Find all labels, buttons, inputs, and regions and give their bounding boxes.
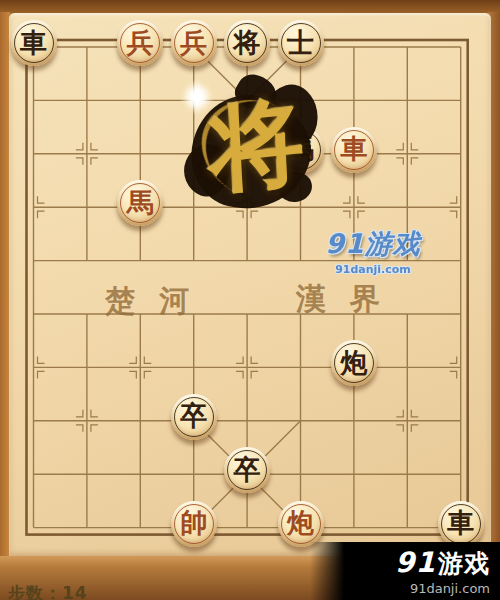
xiangqi-game-screen: 楚河 漢界 車兵兵将士馬車馬炮卒卒帥炮車 将 步数：14 91游戏 91danj… xyxy=(0,0,500,600)
watermark-logo: 91游戏 xyxy=(395,546,490,580)
piece-glyph: 炮 xyxy=(340,349,367,376)
piece-glyph: 士 xyxy=(287,29,314,56)
piece-glyph: 車 xyxy=(447,509,474,536)
piece-glyph: 兵 xyxy=(127,29,154,56)
river-label-left: 楚河 xyxy=(105,281,213,322)
river-label-right: 漢界 xyxy=(296,279,404,320)
piece-red-soldier-a[interactable]: 兵 xyxy=(117,20,163,66)
piece-glyph: 卒 xyxy=(234,456,261,483)
piece-black-advisor[interactable]: 士 xyxy=(278,20,324,66)
watermark-bottom-bar: 91游戏 91danji.com xyxy=(310,542,500,600)
watermark-brand: 91游戏 xyxy=(314,226,432,262)
piece-glyph: 車 xyxy=(20,29,47,56)
check-character: 将 xyxy=(179,80,334,210)
check-announcement-overlay: 将 xyxy=(182,80,332,225)
piece-red-general[interactable]: 帥 xyxy=(171,501,217,547)
watermark-bottom-domain: 91danji.com xyxy=(410,581,490,596)
piece-black-soldier-a[interactable]: 卒 xyxy=(171,394,217,440)
piece-glyph: 馬 xyxy=(127,189,154,216)
piece-glyph: 将 xyxy=(234,29,261,56)
piece-glyph: 炮 xyxy=(287,509,314,536)
piece-red-cannon[interactable]: 炮 xyxy=(278,501,324,547)
piece-glyph: 帥 xyxy=(180,509,207,536)
piece-glyph: 卒 xyxy=(180,402,207,429)
piece-red-soldier-b[interactable]: 兵 xyxy=(171,20,217,66)
piece-black-chariot-b[interactable]: 車 xyxy=(438,501,484,547)
piece-black-soldier-b[interactable]: 卒 xyxy=(224,447,270,493)
piece-black-cannon[interactable]: 炮 xyxy=(331,340,377,386)
watermark-domain: 91danji.com xyxy=(314,263,432,276)
piece-black-chariot-a[interactable]: 車 xyxy=(11,20,57,66)
piece-glyph: 兵 xyxy=(180,29,207,56)
step-counter: 步数：14 xyxy=(8,582,128,600)
piece-black-general[interactable]: 将 xyxy=(224,20,270,66)
piece-glyph: 車 xyxy=(340,135,367,162)
piece-red-chariot[interactable]: 車 xyxy=(331,127,377,173)
watermark-center: 91游戏 91danji.com xyxy=(314,226,432,276)
